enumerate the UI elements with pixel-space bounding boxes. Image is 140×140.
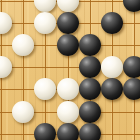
- stone-white[interactable]: [57, 101, 79, 123]
- stone-black[interactable]: [57, 34, 79, 56]
- stone-black[interactable]: [79, 56, 101, 78]
- stone-black[interactable]: [57, 12, 79, 34]
- stone-black[interactable]: [101, 78, 123, 100]
- stone-black[interactable]: [57, 123, 79, 140]
- stone-white[interactable]: [101, 56, 123, 78]
- stone-white[interactable]: [57, 78, 79, 100]
- stone-black[interactable]: [79, 101, 101, 123]
- stone-black[interactable]: [123, 0, 140, 12]
- stone-white[interactable]: [0, 12, 12, 34]
- stone-black[interactable]: [34, 123, 56, 140]
- stone-white[interactable]: [34, 12, 56, 34]
- stone-white[interactable]: [34, 78, 56, 100]
- stone-white[interactable]: [12, 101, 34, 123]
- stone-white[interactable]: [34, 0, 56, 12]
- stone-black[interactable]: [123, 78, 140, 100]
- stone-black[interactable]: [79, 123, 101, 140]
- stone-black[interactable]: [79, 78, 101, 100]
- stone-white[interactable]: [57, 0, 79, 12]
- stone-black[interactable]: [101, 12, 123, 34]
- stone-white[interactable]: [0, 56, 12, 78]
- go-board[interactable]: [0, 0, 140, 140]
- stone-black[interactable]: [123, 56, 140, 78]
- stone-black[interactable]: [79, 34, 101, 56]
- stone-white[interactable]: [12, 34, 34, 56]
- go-app-viewport: [0, 0, 140, 140]
